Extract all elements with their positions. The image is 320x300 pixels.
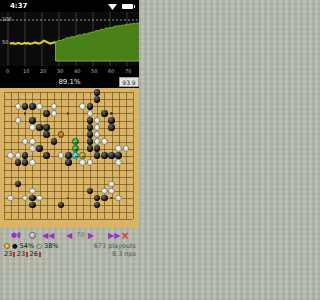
black-stone [101,152,108,159]
black-stone [94,89,101,96]
black-stone [115,152,122,159]
black-stone [87,103,94,110]
black-stone [58,202,65,209]
black-stone [108,124,115,131]
board-grid-line [4,177,134,178]
white-estimate: ○ 38% [36,242,58,250]
close-button[interactable]: × [121,228,129,243]
winrate-graph-svg [0,12,139,66]
black-stone [87,188,94,195]
counter-value: 23 [4,250,12,258]
counter-line: 232326 [4,251,42,258]
white-stone [51,103,58,110]
white-stone [115,145,122,152]
x-tick-label: 60 [108,68,114,74]
counter-value: 23 [17,250,25,258]
white-stone [15,117,22,124]
white-stone [36,195,43,202]
white-stone [22,138,29,145]
white-stone [29,188,36,195]
black-stone [15,159,22,166]
white-stone [94,131,101,138]
white-stone [15,103,22,110]
board-grid-line [4,212,134,213]
rewind-to-start-button[interactable]: ◀◀ [42,228,54,243]
white-stone [94,124,101,131]
green-candidate-stone [72,145,79,152]
white-stone [7,152,14,159]
thinking-indicator-icon [4,243,10,249]
phone-status-bar: 4:37 [0,0,139,12]
white-stone [108,188,115,195]
white-stone [15,152,22,159]
olive-marked-stone [79,152,86,159]
white-stone [108,181,115,188]
black-stone [43,152,50,159]
tiny-number-mark [82,156,85,158]
winrate-graph[interactable]: 100 50 [0,12,139,66]
tiny-number-mark [75,142,78,144]
counter-value: 26 [30,250,38,258]
black-stone [87,117,94,124]
white-stone [115,159,122,166]
board-grid-line [4,170,134,171]
black-stone [36,124,43,131]
green-candidate-stone [72,138,79,145]
black-stone [43,110,50,117]
white-stone [22,195,29,202]
black-stone [94,202,101,209]
black-stone [43,131,50,138]
black-stone [29,103,36,110]
black-stone [22,103,29,110]
black-stone [108,117,115,124]
board-grid-line [4,205,134,206]
wifi-icon [108,3,117,10]
clock-time: 4:37 [10,2,27,10]
board-grid-line [133,92,134,219]
black-stone [101,110,108,117]
white-stone [7,195,14,202]
record-button[interactable]: ●▮ [11,228,21,243]
black-stone [87,124,94,131]
star-point [110,197,112,199]
black-stone [22,159,29,166]
black-stone [94,195,101,202]
navigation-toolbar: ●▮ ◀◀ ◀ 78 ▶ ▶▶ × [0,228,139,243]
board-grid-line [126,92,127,219]
black-stone [29,195,36,202]
white-stone [87,159,94,166]
white-stone [87,110,94,117]
white-stone [29,138,36,145]
star-point [110,112,112,114]
white-stone [58,152,65,159]
white-stone [101,138,108,145]
black-stone [15,181,22,188]
step-back-button[interactable]: ◀ [66,228,72,243]
white-stone [115,195,122,202]
x-tick-label: 40 [74,68,80,74]
x-tick-label: 30 [57,68,63,74]
red-flag-icon [39,252,41,258]
white-stone [36,103,43,110]
black-stone [101,195,108,202]
white-stone [79,103,86,110]
black-stone [51,138,58,145]
white-stone [79,159,86,166]
current-winrate-box: 93.9 [119,77,139,87]
black-stone [108,152,115,159]
y-tick-100: 100 [2,17,12,22]
black-stone [87,138,94,145]
move-axis: 010203040506070 [0,66,139,76]
board-grid-line [4,219,134,220]
move-number-display: 78 [76,228,85,243]
x-tick-label: 70 [125,68,131,74]
red-flag-icon [13,252,15,258]
y-tick-50: 50 [2,40,8,45]
nps-label: 8.3 nps [112,251,136,258]
white-stone [94,117,101,124]
battery-icon [122,4,133,9]
white-stone [29,159,36,166]
white-stone [94,138,101,145]
step-forward-button[interactable]: ▶ [88,228,94,243]
orange-marked-stone [58,131,65,138]
black-stone [94,96,101,103]
black-stone [87,131,94,138]
black-stone [36,145,43,152]
tiny-number-mark [75,149,78,151]
red-flag-icon [26,252,28,258]
cyan-lastmove-stone [72,152,79,159]
tiny-number-mark [75,156,78,158]
white-stone [29,145,36,152]
white-stone [101,188,108,195]
black-estimate: ● 54% [12,242,34,250]
star-point [24,112,26,114]
estimate-line: ● 54% ○ 38% [4,243,58,250]
black-stone [29,202,36,209]
x-tick-label: 10 [23,68,29,74]
go-board[interactable] [0,88,139,228]
black-stone [87,145,94,152]
white-stone [51,110,58,117]
x-tick-label: 20 [40,68,46,74]
black-stone [65,152,72,159]
x-tick-label: 0 [6,68,9,74]
black-stone [22,152,29,159]
black-stone [29,117,36,124]
white-stone [29,124,36,131]
white-stone [123,145,130,152]
playouts-label: 673 playouts [94,243,136,250]
black-stone [43,124,50,131]
black-stone [94,145,101,152]
x-tick-label: 50 [91,68,97,74]
black-stone [94,152,101,159]
black-stone [65,159,72,166]
winrate-strip: 89.1% 93.9 [0,76,139,88]
forward-to-end-button[interactable]: ▶▶ [108,228,120,243]
gray-stone-button[interactable] [29,232,36,239]
